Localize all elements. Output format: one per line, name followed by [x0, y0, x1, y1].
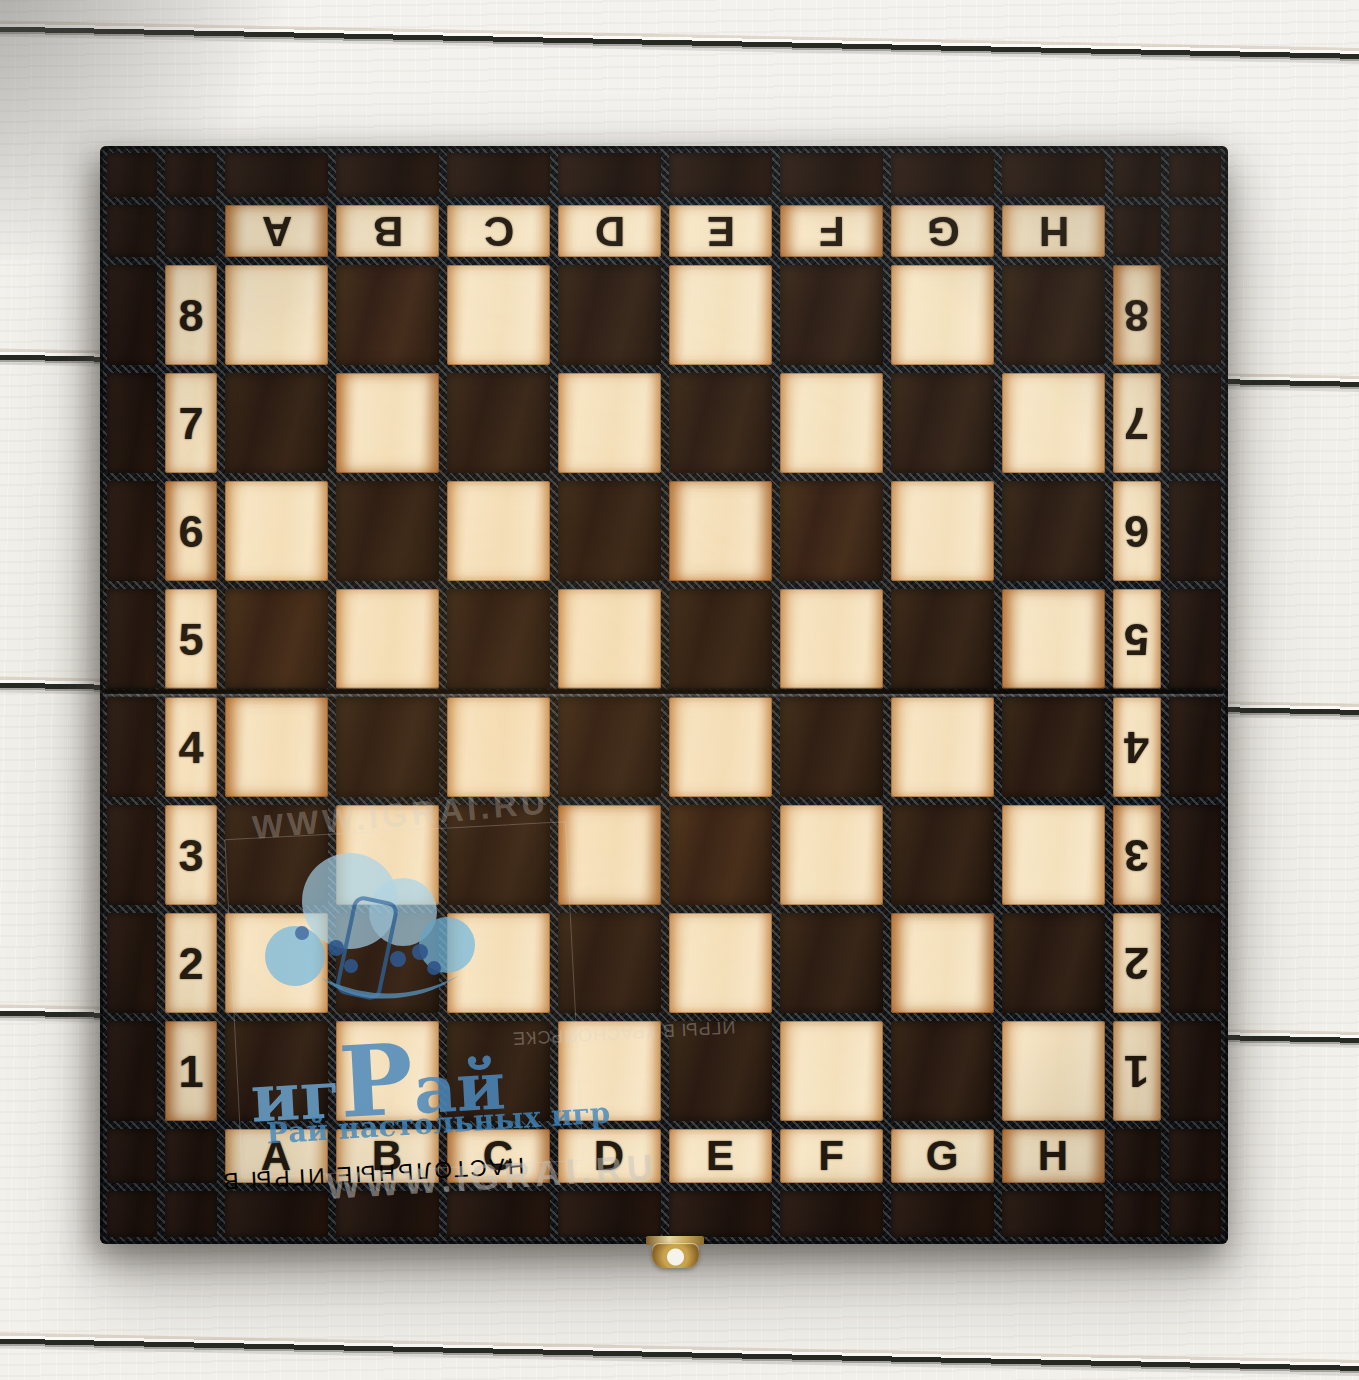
square-g5[interactable] — [891, 589, 994, 689]
square-e6[interactable] — [669, 481, 772, 581]
square-g2[interactable] — [891, 913, 994, 1013]
edge-cell — [225, 153, 328, 197]
edge-cell — [107, 481, 157, 581]
square-f1[interactable] — [780, 1021, 883, 1121]
rank-number: 6 — [1124, 509, 1149, 554]
square-d2[interactable] — [558, 913, 661, 1013]
square-c8[interactable] — [447, 265, 550, 365]
square-h3[interactable] — [1002, 805, 1105, 905]
edge-cell — [165, 1191, 217, 1237]
edge-cell — [1169, 205, 1221, 257]
corner-cell — [165, 1129, 217, 1183]
edge-cell — [1169, 153, 1221, 197]
file-letter: E — [706, 210, 735, 252]
rank-label-right-3: 3 — [1113, 805, 1161, 905]
square-e5[interactable] — [669, 589, 772, 689]
file-label-top-e: E — [669, 205, 772, 257]
edge-cell — [336, 153, 439, 197]
file-label-bottom-e: E — [669, 1129, 772, 1183]
rank-label-left-6: 6 — [165, 481, 217, 581]
file-letter: A — [261, 210, 292, 252]
square-d6[interactable] — [558, 481, 661, 581]
file-letter: D — [594, 210, 625, 252]
square-e7[interactable] — [669, 373, 772, 473]
square-c6[interactable] — [447, 481, 550, 581]
edge-cell — [107, 913, 157, 1013]
edge-cell — [1169, 373, 1221, 473]
file-letter: C — [483, 1135, 514, 1177]
square-h1[interactable] — [1002, 1021, 1105, 1121]
square-f4[interactable] — [780, 697, 883, 797]
file-letter: H — [1038, 210, 1069, 252]
rank-label-left-3: 3 — [165, 805, 217, 905]
rank-number: 1 — [1124, 1049, 1149, 1094]
square-g6[interactable] — [891, 481, 994, 581]
chess-board-box: ABCDEFGH8877665544332211ABCDEFGH — [100, 146, 1228, 1244]
file-letter: H — [1038, 1135, 1069, 1177]
square-e8[interactable] — [669, 265, 772, 365]
square-f5[interactable] — [780, 589, 883, 689]
square-c5[interactable] — [447, 589, 550, 689]
edge-cell — [1169, 913, 1221, 1013]
rank-number: 5 — [1124, 617, 1149, 662]
edge-cell — [107, 1191, 157, 1237]
edge-cell — [336, 1191, 439, 1237]
rank-label-right-8: 8 — [1113, 265, 1161, 365]
corner-cell — [1113, 205, 1161, 257]
file-label-bottom-f: F — [780, 1129, 883, 1183]
file-label-bottom-d: D — [558, 1129, 661, 1183]
square-d3[interactable] — [558, 805, 661, 905]
rank-number: 4 — [178, 725, 203, 770]
rank-number: 1 — [178, 1049, 203, 1094]
file-label-top-g: G — [891, 205, 994, 257]
edge-cell — [107, 1021, 157, 1121]
edge-cell — [1169, 1129, 1221, 1183]
file-letter: B — [372, 210, 403, 252]
square-b1[interactable] — [336, 1021, 439, 1121]
edge-cell — [447, 153, 550, 197]
square-h4[interactable] — [1002, 697, 1105, 797]
square-b5[interactable] — [336, 589, 439, 689]
file-letter: G — [926, 1135, 960, 1177]
file-label-bottom-g: G — [891, 1129, 994, 1183]
edge-cell — [891, 1191, 994, 1237]
edge-cell — [1002, 1191, 1105, 1237]
rank-number: 8 — [178, 293, 203, 338]
square-g3[interactable] — [891, 805, 994, 905]
edge-cell — [107, 205, 157, 257]
edge-cell — [1002, 153, 1105, 197]
square-f2[interactable] — [780, 913, 883, 1013]
square-h5[interactable] — [1002, 589, 1105, 689]
square-g8[interactable] — [891, 265, 994, 365]
rank-label-right-1: 1 — [1113, 1021, 1161, 1121]
edge-cell — [1169, 697, 1221, 797]
edge-cell — [891, 153, 994, 197]
square-f6[interactable] — [780, 481, 883, 581]
edge-cell — [107, 697, 157, 797]
edge-cell — [558, 153, 661, 197]
edge-cell — [165, 153, 217, 197]
edge-cell — [1113, 1191, 1161, 1237]
file-letter: C — [483, 210, 514, 252]
file-label-top-a: A — [225, 205, 328, 257]
file-label-bottom-a: A — [225, 1129, 328, 1183]
rank-number: 2 — [1124, 941, 1149, 986]
edge-cell — [107, 373, 157, 473]
rank-number: 7 — [1124, 401, 1149, 446]
edge-cell — [1169, 1191, 1221, 1237]
rank-label-right-5: 5 — [1113, 589, 1161, 689]
rank-label-left-2: 2 — [165, 913, 217, 1013]
square-h2[interactable] — [1002, 913, 1105, 1013]
edge-cell — [669, 1191, 772, 1237]
file-label-top-d: D — [558, 205, 661, 257]
edge-cell — [1169, 481, 1221, 581]
square-e1[interactable] — [669, 1021, 772, 1121]
square-c2[interactable] — [447, 913, 550, 1013]
square-b4[interactable] — [336, 697, 439, 797]
square-a3[interactable] — [225, 805, 328, 905]
rank-label-right-4: 4 — [1113, 697, 1161, 797]
brass-clasp[interactable] — [652, 1243, 699, 1268]
edge-cell — [447, 1191, 550, 1237]
edge-cell — [1169, 805, 1221, 905]
fold-seam — [105, 687, 1223, 698]
edge-cell — [669, 153, 772, 197]
rank-label-left-5: 5 — [165, 589, 217, 689]
rank-number: 5 — [178, 617, 203, 662]
rank-number: 7 — [178, 401, 203, 446]
square-a4[interactable] — [225, 697, 328, 797]
rank-label-left-8: 8 — [165, 265, 217, 365]
square-a1[interactable] — [225, 1021, 328, 1121]
file-letter: F — [818, 210, 845, 252]
rank-label-left-7: 7 — [165, 373, 217, 473]
square-d8[interactable] — [558, 265, 661, 365]
rank-number: 8 — [1124, 293, 1149, 338]
edge-cell — [780, 1191, 883, 1237]
edge-cell — [558, 1191, 661, 1237]
rank-label-left-1: 1 — [165, 1021, 217, 1121]
square-g7[interactable] — [891, 373, 994, 473]
square-a7[interactable] — [225, 373, 328, 473]
square-b6[interactable] — [336, 481, 439, 581]
file-label-bottom-b: B — [336, 1129, 439, 1183]
rank-number: 2 — [178, 941, 203, 986]
square-b8[interactable] — [336, 265, 439, 365]
square-c7[interactable] — [447, 373, 550, 473]
square-c1[interactable] — [447, 1021, 550, 1121]
edge-cell — [225, 1191, 328, 1237]
square-a6[interactable] — [225, 481, 328, 581]
square-f8[interactable] — [780, 265, 883, 365]
file-label-top-b: B — [336, 205, 439, 257]
edge-cell — [107, 265, 157, 365]
file-label-bottom-c: C — [447, 1129, 550, 1183]
square-c4[interactable] — [447, 697, 550, 797]
square-d7[interactable] — [558, 373, 661, 473]
rank-number: 6 — [178, 509, 203, 554]
square-h7[interactable] — [1002, 373, 1105, 473]
file-label-top-h: H — [1002, 205, 1105, 257]
square-f3[interactable] — [780, 805, 883, 905]
square-b7[interactable] — [336, 373, 439, 473]
square-g1[interactable] — [891, 1021, 994, 1121]
edge-cell — [1169, 1021, 1221, 1121]
file-letter: B — [372, 1135, 403, 1177]
file-letter: A — [261, 1135, 292, 1177]
file-letter: E — [706, 1135, 735, 1177]
square-d1[interactable] — [558, 1021, 661, 1121]
rank-label-right-2: 2 — [1113, 913, 1161, 1013]
edge-cell — [1169, 265, 1221, 365]
edge-cell — [107, 153, 157, 197]
rank-number: 3 — [1124, 833, 1149, 878]
file-label-top-c: C — [447, 205, 550, 257]
square-b2[interactable] — [336, 913, 439, 1013]
rank-label-right-6: 6 — [1113, 481, 1161, 581]
square-b3[interactable] — [336, 805, 439, 905]
corner-cell — [1113, 1129, 1161, 1183]
square-a5[interactable] — [225, 589, 328, 689]
edge-cell — [1169, 589, 1221, 689]
square-e3[interactable] — [669, 805, 772, 905]
square-g4[interactable] — [891, 697, 994, 797]
file-letter: D — [594, 1135, 625, 1177]
rank-label-right-7: 7 — [1113, 373, 1161, 473]
file-letter: F — [818, 1135, 845, 1177]
edge-cell — [107, 589, 157, 689]
square-h6[interactable] — [1002, 481, 1105, 581]
square-e4[interactable] — [669, 697, 772, 797]
file-letter: G — [926, 210, 960, 252]
edge-cell — [107, 1129, 157, 1183]
file-label-bottom-h: H — [1002, 1129, 1105, 1183]
edge-cell — [107, 805, 157, 905]
edge-cell — [1113, 153, 1161, 197]
corner-cell — [165, 205, 217, 257]
square-h8[interactable] — [1002, 265, 1105, 365]
square-d5[interactable] — [558, 589, 661, 689]
rank-number: 4 — [1124, 725, 1149, 770]
square-a2[interactable] — [225, 913, 328, 1013]
square-a8[interactable] — [225, 265, 328, 365]
square-d4[interactable] — [558, 697, 661, 797]
file-label-top-f: F — [780, 205, 883, 257]
rank-label-left-4: 4 — [165, 697, 217, 797]
edge-cell — [780, 153, 883, 197]
square-c3[interactable] — [447, 805, 550, 905]
square-e2[interactable] — [669, 913, 772, 1013]
rank-number: 3 — [178, 833, 203, 878]
square-f7[interactable] — [780, 373, 883, 473]
